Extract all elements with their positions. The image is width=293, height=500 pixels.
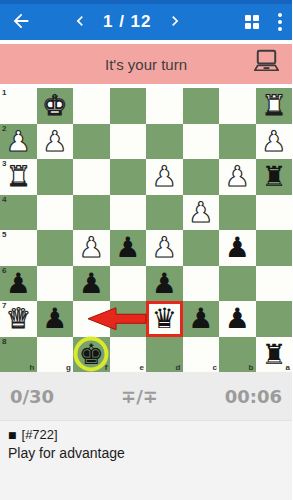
white-pawn-g2[interactable]: ♟ [37,124,74,160]
square-h2[interactable]: 2♟ [0,124,37,160]
square-d6[interactable]: ♟ [146,266,183,302]
square-h3[interactable]: 3♜ [0,159,37,195]
square-a2[interactable]: ♟ [256,124,293,160]
square-c2[interactable] [183,124,220,160]
square-f6[interactable]: ♟ [73,266,110,302]
square-h4[interactable]: 4 [0,195,37,231]
square-g1[interactable]: ♚ [37,88,74,124]
rank-label: 6 [2,266,6,275]
white-king-g1[interactable]: ♚ [37,88,74,124]
square-g3[interactable] [37,159,74,195]
file-label: c [213,363,217,372]
square-e8[interactable]: e [110,337,147,373]
black-pawn-b5[interactable]: ♟ [219,230,256,266]
square-g7[interactable]: ♟ [37,301,74,337]
rank-label: 7 [2,301,6,310]
square-e2[interactable] [110,124,147,160]
square-b4[interactable] [219,195,256,231]
next-exercise-button[interactable] [165,11,185,34]
black-pawn-g7[interactable]: ♟ [37,301,74,337]
file-label: f [105,363,108,372]
task-instruction: Play for advantage [8,445,284,461]
square-d8[interactable]: d [146,337,183,373]
square-h8[interactable]: 8h [0,337,37,373]
rank-label: 1 [2,88,6,97]
square-b3[interactable]: ♟ [219,159,256,195]
square-h6[interactable]: 6♟ [0,266,37,302]
chess-board: 1♚♜2♟♟♟3♜♟♟♜4♟5♟♟♟♟6♟♟♟7♛♟♛♟♟8hgf♚edcba♜ [0,88,292,372]
square-d1[interactable] [146,88,183,124]
square-g6[interactable] [37,266,74,302]
square-f8[interactable]: f♚ [73,337,110,373]
white-pawn-c4[interactable]: ♟ [183,195,220,231]
turn-banner-text: It's your turn [105,56,187,73]
black-pawn-e5[interactable]: ♟ [110,230,147,266]
rank-label: 4 [2,195,6,204]
black-pawn-f6[interactable]: ♟ [73,266,110,302]
exercise-status-bar: 0/30 ∓/∓ 00:06 [0,372,292,420]
overflow-menu-button[interactable] [278,13,282,31]
square-f1[interactable] [73,88,110,124]
square-h7[interactable]: 7♛ [0,301,37,337]
black-pawn-c7[interactable]: ♟ [183,301,220,337]
grid-icon [245,15,259,29]
square-c5[interactable] [183,230,220,266]
square-h5[interactable]: 5 [0,230,37,266]
square-e5[interactable]: ♟ [110,230,147,266]
square-b1[interactable] [219,88,256,124]
square-e4[interactable] [110,195,147,231]
file-label: b [249,363,254,372]
square-a6[interactable] [256,266,293,302]
square-b5[interactable]: ♟ [219,230,256,266]
rank-label: 8 [2,337,6,346]
task-panel: ■ [#722] Play for advantage [0,420,292,500]
exercise-counter: 1 / 12 [103,12,152,32]
square-b2[interactable] [219,124,256,160]
exercise-id: [#722] [22,427,58,442]
timer: 00:06 [225,386,282,407]
white-pawn-b3[interactable]: ♟ [219,159,256,195]
side-to-move-icon: ■ [8,430,17,440]
square-g8[interactable]: g [37,337,74,373]
black-pawn-d6[interactable]: ♟ [146,266,183,302]
square-c7[interactable]: ♟ [183,301,220,337]
previous-exercise-button[interactable] [70,11,90,34]
square-b8[interactable]: b [219,337,256,373]
back-button[interactable] [10,10,32,35]
square-d5[interactable]: ♟ [146,230,183,266]
square-g4[interactable] [37,195,74,231]
square-g2[interactable]: ♟ [37,124,74,160]
square-a8[interactable]: a♜ [256,337,293,373]
black-queen-d7[interactable]: ♛ [146,301,183,337]
square-f5[interactable]: ♟ [73,230,110,266]
black-rook-a3[interactable]: ♜ [256,159,293,195]
white-pawn-f5[interactable]: ♟ [73,230,110,266]
file-label: a [286,363,290,372]
square-a7[interactable] [256,301,293,337]
white-pawn-a2[interactable]: ♟ [256,124,293,160]
file-label: h [30,363,35,372]
square-h1[interactable]: 1 [0,88,37,124]
square-a3[interactable]: ♜ [256,159,293,195]
square-d4[interactable] [146,195,183,231]
square-c3[interactable] [183,159,220,195]
square-c6[interactable] [183,266,220,302]
file-label: d [176,363,181,372]
square-c1[interactable] [183,88,220,124]
square-a5[interactable] [256,230,293,266]
square-c4[interactable]: ♟ [183,195,220,231]
black-pawn-b7[interactable]: ♟ [219,301,256,337]
square-f4[interactable] [73,195,110,231]
white-pawn-d3[interactable]: ♟ [146,159,183,195]
three-dots-icon [278,13,282,31]
exercise-navigation: 1 / 12 [70,11,185,34]
square-e6[interactable] [110,266,147,302]
white-pawn-d5[interactable]: ♟ [146,230,183,266]
arrow-back-icon [10,10,32,35]
white-rook-a1[interactable]: ♜ [256,88,293,124]
score-counter: 0/30 [10,386,54,407]
square-b6[interactable] [219,266,256,302]
square-d2[interactable] [146,124,183,160]
square-f2[interactable] [73,124,110,160]
square-c8[interactable]: c [183,337,220,373]
square-f3[interactable] [73,159,110,195]
exercise-list-button[interactable] [245,15,259,29]
file-label: g [66,363,71,372]
rank-label: 5 [2,230,6,239]
app-bar: 1 / 12 [0,4,292,40]
square-e7[interactable] [110,301,147,337]
rank-label: 3 [2,159,6,168]
square-b7[interactable]: ♟ [219,301,256,337]
chevron-right-icon [165,11,185,34]
square-d7[interactable]: ♛ [146,301,183,337]
square-d3[interactable]: ♟ [146,159,183,195]
square-g5[interactable] [37,230,74,266]
square-a4[interactable] [256,195,293,231]
engine-laptop-icon[interactable] [250,49,283,80]
evaluation-target: ∓/∓ [121,386,158,407]
square-a1[interactable]: ♜ [256,88,293,124]
square-e3[interactable] [110,159,147,195]
square-e1[interactable] [110,88,147,124]
file-label: e [140,363,144,372]
square-f7[interactable] [73,301,110,337]
chevron-left-icon [70,11,90,34]
turn-banner: It's your turn [0,44,292,84]
app-screen: 1 / 12 It's your turn [0,0,292,500]
rank-label: 2 [2,124,6,133]
